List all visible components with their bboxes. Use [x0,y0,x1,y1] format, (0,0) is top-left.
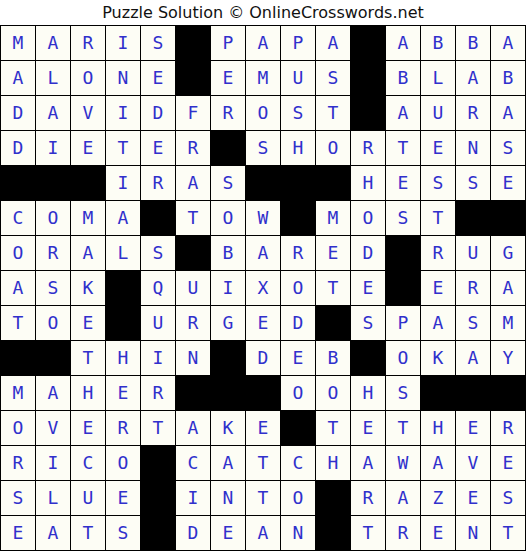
black-cell [246,166,280,200]
grid-cell: F [176,96,210,130]
grid-cell: S [106,516,140,550]
black-cell [106,306,140,340]
black-cell [176,26,210,60]
grid-cell: N [176,341,210,375]
crossword-grid: MARISPAPAABBAALONEEMUSBLABDAVIDFROSTAURA… [0,25,526,551]
black-cell [141,516,175,550]
grid-cell: U [421,96,455,130]
grid-cell: R [71,26,105,60]
grid-cell: E [421,271,455,305]
grid-cell: O [316,376,350,410]
grid-cell: E [141,61,175,95]
grid-cell: S [316,61,350,95]
grid-cell: T [246,446,280,480]
grid-cell: S [386,201,420,235]
grid-cell: A [421,446,455,480]
grid-cell: I [176,481,210,515]
grid-cell: B [316,341,350,375]
grid-cell: S [456,166,490,200]
grid-cell: O [246,96,280,130]
black-cell [281,411,315,445]
grid-cell: O [1,411,35,445]
grid-cell: H [421,411,455,445]
grid-cell: B [491,61,525,95]
black-cell [36,166,70,200]
grid-cell: H [281,131,315,165]
black-cell [176,236,210,270]
grid-cell: A [491,26,525,60]
grid-cell: O [36,306,70,340]
grid-cell: A [176,166,210,200]
black-cell [141,201,175,235]
grid-cell: I [36,446,70,480]
grid-cell: D [176,516,210,550]
grid-cell: D [351,236,385,270]
grid-cell: O [351,201,385,235]
grid-cell: E [141,131,175,165]
grid-cell: L [106,236,140,270]
grid-cell: R [456,271,490,305]
grid-cell: A [36,26,70,60]
grid-cell: E [386,166,420,200]
black-cell [351,341,385,375]
grid-cell: S [1,481,35,515]
grid-cell: E [351,411,385,445]
grid-cell: A [246,516,280,550]
grid-cell: A [386,481,420,515]
grid-cell: A [71,236,105,270]
grid-cell: R [456,96,490,130]
grid-cell: E [106,376,140,410]
black-cell [211,376,245,410]
grid-cell: T [421,201,455,235]
grid-cell: K [421,341,455,375]
black-cell [1,166,35,200]
grid-cell: H [351,376,385,410]
grid-cell: L [36,61,70,95]
grid-cell: D [1,131,35,165]
grid-cell: R [176,131,210,165]
grid-cell: U [141,306,175,340]
grid-cell: A [36,376,70,410]
grid-cell: A [106,201,140,235]
grid-cell: S [141,236,175,270]
grid-cell: B [421,26,455,60]
grid-cell: Y [491,341,525,375]
grid-cell: E [71,306,105,340]
grid-cell: O [281,376,315,410]
grid-cell: M [246,61,280,95]
grid-cell: D [246,341,280,375]
grid-cell: S [36,271,70,305]
grid-cell: M [491,306,525,340]
grid-cell: L [36,481,70,515]
grid-cell: L [421,61,455,95]
black-cell [141,446,175,480]
grid-cell: G [211,306,245,340]
grid-cell: N [211,481,245,515]
grid-cell: E [491,446,525,480]
grid-cell: T [351,516,385,550]
grid-cell: R [386,516,420,550]
puzzle-solution-page: Puzzle Solution © OnlineCrosswords.net M… [0,0,526,551]
grid-cell: A [176,411,210,445]
grid-cell: O [211,201,245,235]
grid-cell: A [1,61,35,95]
grid-cell: A [246,236,280,270]
grid-cell: D [1,96,35,130]
grid-cell: T [141,411,175,445]
grid-cell: E [316,236,350,270]
black-cell [36,341,70,375]
grid-cell: U [176,271,210,305]
grid-cell: A [1,271,35,305]
grid-cell: G [491,236,525,270]
grid-cell: U [281,61,315,95]
grid-cell: R [36,236,70,270]
grid-cell: E [211,516,245,550]
grid-cell: S [491,481,525,515]
grid-cell: I [141,341,175,375]
grid-cell: M [316,201,350,235]
grid-cell: E [456,481,490,515]
grid-cell: H [351,166,385,200]
grid-cell: E [106,481,140,515]
black-cell [351,96,385,130]
grid-cell: E [211,61,245,95]
grid-cell: C [71,446,105,480]
grid-cell: B [211,236,245,270]
grid-cell: A [246,26,280,60]
black-cell [456,376,490,410]
grid-cell: A [351,446,385,480]
grid-cell: E [71,131,105,165]
grid-cell: C [176,446,210,480]
grid-cell: O [106,446,140,480]
grid-cell: T [71,341,105,375]
grid-cell: B [386,61,420,95]
grid-cell: S [421,166,455,200]
grid-cell: M [1,376,35,410]
black-cell [456,201,490,235]
black-cell [386,236,420,270]
black-cell [176,376,210,410]
grid-cell: S [211,166,245,200]
grid-cell: A [386,96,420,130]
grid-cell: K [211,411,245,445]
black-cell [106,271,140,305]
grid-cell: W [246,201,280,235]
grid-cell: T [71,516,105,550]
grid-cell: O [316,131,350,165]
grid-cell: B [456,26,490,60]
grid-cell: E [456,411,490,445]
grid-cell: S [351,306,385,340]
grid-cell: S [141,26,175,60]
grid-cell: P [211,26,245,60]
grid-cell: S [456,306,490,340]
grid-cell: S [491,131,525,165]
grid-cell: A [36,516,70,550]
grid-cell: P [281,26,315,60]
black-cell [281,166,315,200]
grid-cell: D [141,96,175,130]
grid-cell: T [316,96,350,130]
grid-cell: T [106,131,140,165]
grid-cell: N [281,516,315,550]
grid-cell: D [281,306,315,340]
grid-cell: A [36,96,70,130]
grid-cell: V [456,446,490,480]
grid-cell: I [106,96,140,130]
grid-cell: C [1,201,35,235]
grid-cell: E [421,516,455,550]
grid-cell: R [281,236,315,270]
black-cell [316,481,350,515]
grid-cell: R [176,306,210,340]
grid-cell: E [421,131,455,165]
grid-cell: N [106,61,140,95]
grid-cell: T [1,306,35,340]
grid-cell: I [106,26,140,60]
black-cell [71,166,105,200]
grid-cell: E [1,516,35,550]
grid-cell: R [106,411,140,445]
black-cell [176,61,210,95]
grid-cell: A [491,271,525,305]
grid-cell: H [316,446,350,480]
grid-cell: I [36,131,70,165]
grid-cell: E [246,306,280,340]
page-title: Puzzle Solution © OnlineCrosswords.net [0,0,526,25]
black-cell [491,376,525,410]
grid-cell: R [211,96,245,130]
black-cell [281,201,315,235]
grid-cell: A [491,96,525,130]
grid-cell: A [456,61,490,95]
grid-cell: M [1,26,35,60]
black-cell [351,26,385,60]
grid-cell: O [36,201,70,235]
black-cell [246,376,280,410]
grid-cell: T [386,131,420,165]
black-cell [1,341,35,375]
grid-cell: S [246,131,280,165]
grid-cell: N [456,516,490,550]
grid-cell: Q [141,271,175,305]
black-cell [491,201,525,235]
grid-cell: T [491,516,525,550]
black-cell [316,516,350,550]
grid-cell: U [456,236,490,270]
grid-cell: T [176,201,210,235]
grid-cell: A [421,306,455,340]
grid-cell: W [386,446,420,480]
grid-cell: R [1,446,35,480]
grid-cell: R [491,411,525,445]
black-cell [386,271,420,305]
grid-cell: O [1,236,35,270]
black-cell [351,61,385,95]
grid-cell: T [246,481,280,515]
grid-cell: O [281,271,315,305]
grid-cell: I [211,271,245,305]
grid-cell: X [246,271,280,305]
grid-cell: A [456,341,490,375]
grid-cell: E [246,411,280,445]
black-cell [421,376,455,410]
grid-cell: S [386,376,420,410]
black-cell [141,481,175,515]
grid-cell: O [386,341,420,375]
grid-cell: E [491,166,525,200]
grid-cell: M [71,201,105,235]
black-cell [211,131,245,165]
grid-cell: H [71,376,105,410]
grid-cell: K [71,271,105,305]
grid-cell: A [386,26,420,60]
grid-cell: R [351,481,385,515]
grid-cell: U [71,481,105,515]
grid-cell: R [141,166,175,200]
grid-cell: O [281,481,315,515]
grid-cell: T [316,271,350,305]
grid-cell: P [386,306,420,340]
grid-cell: R [351,131,385,165]
grid-cell: V [71,96,105,130]
grid-cell: E [281,341,315,375]
grid-cell: C [281,446,315,480]
grid-cell: Z [421,481,455,515]
grid-cell: N [456,131,490,165]
grid-cell: T [386,411,420,445]
grid-cell: E [351,271,385,305]
black-cell [316,306,350,340]
grid-cell: I [106,166,140,200]
black-cell [316,166,350,200]
grid-cell: S [281,96,315,130]
grid-cell: R [421,236,455,270]
grid-cell: E [71,411,105,445]
grid-cell: A [211,446,245,480]
grid-cell: O [71,61,105,95]
black-cell [211,341,245,375]
grid-cell: H [106,341,140,375]
grid-cell: R [141,376,175,410]
grid-cell: A [316,26,350,60]
grid-cell: V [36,411,70,445]
grid-cell: T [316,411,350,445]
